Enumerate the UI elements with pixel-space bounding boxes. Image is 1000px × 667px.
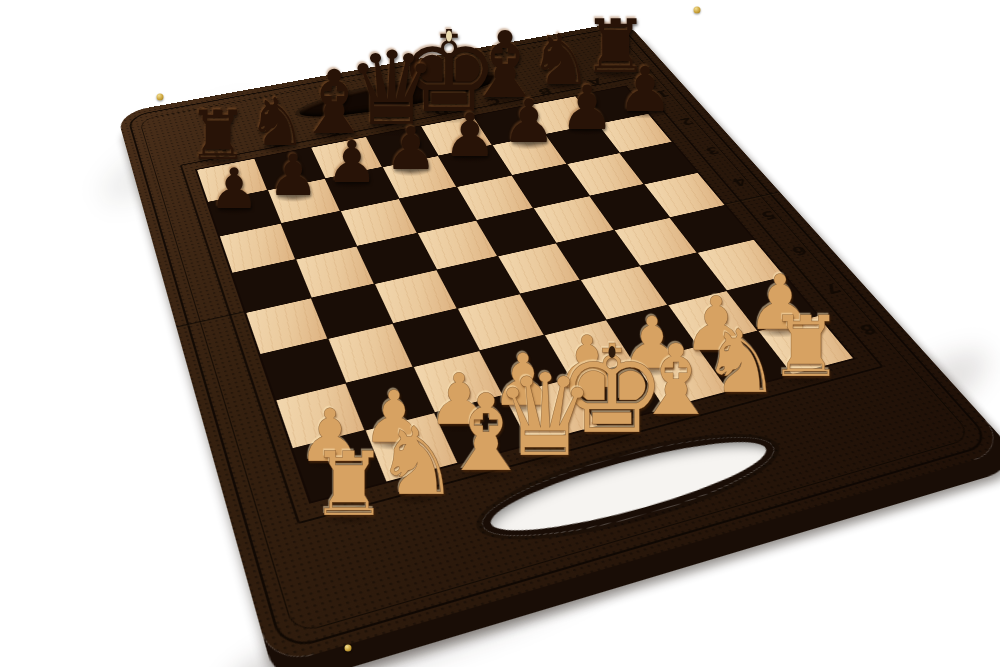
light-king-finial [609, 346, 616, 358]
photo-background: 12345678HGFEDCBA ♜♞♝♚♟♛♟♝♟♞♟♜♟♟♟♟♟♟♟♜♟♞♟… [0, 0, 1000, 667]
dark-king-finial [446, 31, 452, 42]
piece-dark-pawn-a2: ♟ [617, 59, 673, 121]
brass-pin [694, 7, 701, 14]
piece-dark-pawn-c2: ♟ [502, 91, 556, 151]
brass-pin [157, 94, 164, 101]
pieces-layer: ♜♞♝♚♟♛♟♝♟♞♟♜♟♟♟♟♟♟♟♜♟♞♟♝♟♚♟♛♟♝♞♜ [0, 0, 1000, 667]
brass-pin [345, 645, 352, 652]
piece-dark-pawn-f2: ♟ [326, 133, 378, 191]
piece-dark-pawn-d2: ♟ [443, 105, 497, 165]
piece-dark-pawn-b2: ♟ [560, 77, 615, 138]
piece-dark-pawn-g2: ♟ [267, 147, 318, 204]
piece-dark-pawn-e2: ♟ [385, 119, 438, 178]
piece-light-rook-h8: ♜ [310, 441, 389, 529]
piece-dark-pawn-h2: ♟ [209, 161, 259, 217]
